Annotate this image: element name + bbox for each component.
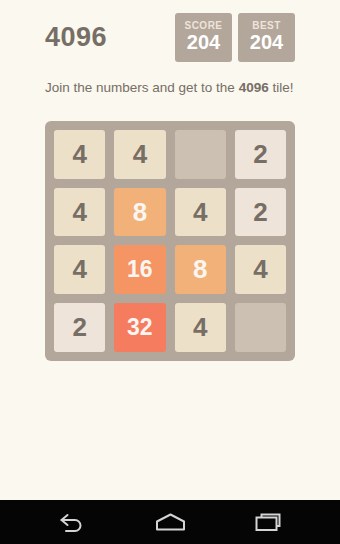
home-button[interactable] (121, 500, 219, 544)
tile-4: 4 (235, 245, 286, 294)
empty-cell (175, 130, 226, 179)
instructions-suffix: tile! (269, 80, 294, 95)
best-box: BEST 204 (238, 13, 295, 62)
goal-number: 4096 (239, 80, 269, 95)
recents-button[interactable] (219, 500, 317, 544)
tile-4: 4 (175, 303, 226, 352)
best-label: BEST (238, 20, 295, 31)
game-page: 4096 SCORE 204 BEST 204 Join the numbers… (45, 0, 295, 361)
phone-screen: 4096 SCORE 204 BEST 204 Join the numbers… (0, 0, 340, 544)
tile-16: 16 (114, 245, 165, 294)
best-value: 204 (238, 31, 295, 53)
scoreboard: SCORE 204 BEST 204 (175, 13, 295, 62)
instructions-prefix: Join the numbers and get to the (45, 80, 239, 95)
tile-4: 4 (175, 188, 226, 237)
tile-2: 2 (235, 188, 286, 237)
empty-cell (235, 303, 286, 352)
board-grid[interactable]: 4424842416842324 (45, 121, 295, 361)
app-title: 4096 (45, 13, 107, 61)
recents-icon (255, 513, 281, 531)
back-icon (58, 513, 87, 532)
tile-8: 8 (175, 245, 226, 294)
tile-2: 2 (54, 303, 105, 352)
tile-4: 4 (54, 245, 105, 294)
home-icon (155, 513, 186, 531)
score-label: SCORE (175, 20, 232, 31)
tile-4: 4 (54, 188, 105, 237)
tile-4: 4 (54, 130, 105, 179)
tile-4: 4 (114, 130, 165, 179)
score-box: SCORE 204 (175, 13, 232, 62)
android-navbar (0, 500, 340, 544)
tile-32: 32 (114, 303, 165, 352)
header: 4096 SCORE 204 BEST 204 (45, 13, 295, 62)
back-button[interactable] (23, 500, 121, 544)
score-value: 204 (175, 31, 232, 53)
tile-8: 8 (114, 188, 165, 237)
instructions-text: Join the numbers and get to the 4096 til… (45, 77, 295, 100)
tile-2: 2 (235, 130, 286, 179)
